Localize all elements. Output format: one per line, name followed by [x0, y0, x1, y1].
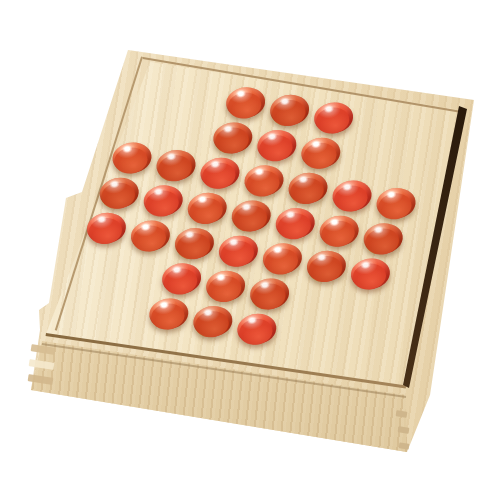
marble[interactable]: ● [214, 233, 262, 269]
product-photo: ●●●●●●●●●●●●●●●●●●●●●●●●●●●●●●●●● [0, 0, 500, 500]
finger-joint [31, 344, 56, 355]
finger-joint [399, 442, 410, 449]
marble[interactable]: ● [309, 100, 357, 136]
marble[interactable]: ● [233, 311, 281, 347]
marble[interactable]: ● [302, 248, 350, 284]
marble[interactable]: ● [209, 120, 257, 156]
marble[interactable]: ● [297, 135, 345, 171]
marble[interactable]: ● [346, 256, 394, 292]
marble[interactable]: ● [221, 84, 269, 120]
marble[interactable]: ● [372, 185, 420, 221]
marble[interactable]: ● [152, 147, 200, 183]
finger-joint [28, 374, 54, 385]
marble[interactable]: ● [227, 198, 275, 234]
marble[interactable]: ● [265, 92, 313, 128]
marble[interactable]: ● [196, 155, 244, 191]
marble[interactable]: ● [328, 178, 376, 214]
marble[interactable]: ● [271, 205, 319, 241]
marble[interactable]: ● [359, 220, 407, 256]
marble[interactable]: ● [315, 213, 363, 249]
marble[interactable]: ● [240, 162, 288, 198]
marble[interactable]: ● [258, 240, 306, 276]
marble[interactable]: ● [253, 127, 301, 163]
marble[interactable]: ● [245, 276, 293, 312]
finger-joint [29, 359, 55, 370]
marble[interactable]: ● [157, 260, 205, 296]
marble[interactable]: ● [126, 218, 174, 254]
marble[interactable]: ● [284, 170, 332, 206]
marble[interactable]: ● [170, 225, 218, 261]
marble[interactable]: ● [82, 210, 130, 246]
marble[interactable]: ● [139, 182, 187, 218]
marble[interactable]: ● [189, 303, 237, 339]
marble[interactable]: ● [145, 296, 193, 332]
marble[interactable]: ● [108, 140, 156, 176]
marble[interactable]: ● [95, 175, 143, 211]
marble[interactable]: ● [201, 268, 249, 304]
marble[interactable]: ● [183, 190, 231, 226]
finger-joint [398, 426, 410, 434]
finger-joint [396, 410, 408, 418]
solitaire-board: ●●●●●●●●●●●●●●●●●●●●●●●●●●●●●●●●● [52, 66, 450, 366]
